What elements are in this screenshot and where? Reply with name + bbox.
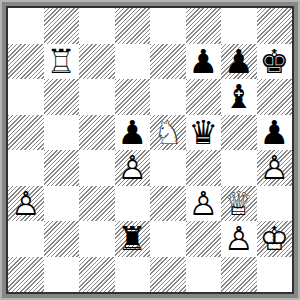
square-d7[interactable] — [115, 44, 151, 80]
piece-white-pawn: ♟♙ — [188, 187, 218, 220]
square-c7[interactable] — [79, 44, 115, 80]
square-b6[interactable] — [44, 79, 80, 115]
piece-white-pawn: ♟♙ — [11, 187, 41, 220]
square-g7[interactable]: ♟ — [221, 44, 257, 80]
square-h8[interactable] — [257, 8, 293, 44]
square-b5[interactable] — [44, 115, 80, 151]
piece-white-pawn: ♟♙ — [224, 222, 254, 255]
square-f4[interactable] — [186, 150, 222, 186]
square-e7[interactable] — [150, 44, 186, 80]
chess-board: ♜♖♟♟♚♝♟♞♘♛♟♟♙♟♙♟♙♟♙♛♕♜♟♙♚♔ — [6, 6, 294, 294]
piece-black-pawn: ♟ — [259, 116, 289, 149]
square-f8[interactable] — [186, 8, 222, 44]
square-f6[interactable] — [186, 79, 222, 115]
square-d8[interactable] — [115, 8, 151, 44]
square-b2[interactable] — [44, 221, 80, 257]
square-h3[interactable] — [257, 186, 293, 222]
square-e6[interactable] — [150, 79, 186, 115]
square-a4[interactable] — [8, 150, 44, 186]
square-h7[interactable]: ♚ — [257, 44, 293, 80]
square-h1[interactable] — [257, 257, 293, 293]
piece-black-queen: ♛ — [188, 116, 218, 149]
square-g6[interactable]: ♝ — [221, 79, 257, 115]
square-a3[interactable]: ♟♙ — [8, 186, 44, 222]
square-a6[interactable] — [8, 79, 44, 115]
square-e5[interactable]: ♞♘ — [150, 115, 186, 151]
square-d1[interactable] — [115, 257, 151, 293]
square-f3[interactable]: ♟♙ — [186, 186, 222, 222]
square-f7[interactable]: ♟ — [186, 44, 222, 80]
square-d3[interactable] — [115, 186, 151, 222]
square-g1[interactable] — [221, 257, 257, 293]
square-a2[interactable] — [8, 221, 44, 257]
square-c5[interactable] — [79, 115, 115, 151]
square-e3[interactable] — [150, 186, 186, 222]
square-f1[interactable] — [186, 257, 222, 293]
square-e4[interactable] — [150, 150, 186, 186]
square-c6[interactable] — [79, 79, 115, 115]
square-c2[interactable] — [79, 221, 115, 257]
piece-black-king: ♚ — [259, 45, 289, 78]
square-e2[interactable] — [150, 221, 186, 257]
piece-white-queen: ♛♕ — [224, 187, 254, 220]
square-g2[interactable]: ♟♙ — [221, 221, 257, 257]
square-a5[interactable] — [8, 115, 44, 151]
square-c8[interactable] — [79, 8, 115, 44]
square-e1[interactable] — [150, 257, 186, 293]
square-b1[interactable] — [44, 257, 80, 293]
square-h2[interactable]: ♚♔ — [257, 221, 293, 257]
square-h5[interactable]: ♟ — [257, 115, 293, 151]
square-b8[interactable] — [44, 8, 80, 44]
square-d6[interactable] — [115, 79, 151, 115]
piece-white-rook: ♜♖ — [46, 45, 76, 78]
piece-black-pawn: ♟ — [224, 45, 254, 78]
square-a8[interactable] — [8, 8, 44, 44]
piece-black-bishop: ♝ — [224, 80, 254, 113]
square-f2[interactable] — [186, 221, 222, 257]
square-d2[interactable]: ♜ — [115, 221, 151, 257]
square-c4[interactable] — [79, 150, 115, 186]
square-d5[interactable]: ♟ — [115, 115, 151, 151]
square-c3[interactable] — [79, 186, 115, 222]
square-g5[interactable] — [221, 115, 257, 151]
square-f5[interactable]: ♛ — [186, 115, 222, 151]
square-g4[interactable] — [221, 150, 257, 186]
square-h6[interactable] — [257, 79, 293, 115]
piece-black-rook: ♜ — [117, 222, 147, 255]
square-a1[interactable] — [8, 257, 44, 293]
piece-white-pawn: ♟♙ — [259, 151, 289, 184]
square-c1[interactable] — [79, 257, 115, 293]
square-g3[interactable]: ♛♕ — [221, 186, 257, 222]
square-e8[interactable] — [150, 8, 186, 44]
piece-white-king: ♚♔ — [259, 222, 289, 255]
piece-white-knight: ♞♘ — [153, 116, 183, 149]
square-a7[interactable] — [8, 44, 44, 80]
piece-white-pawn: ♟♙ — [117, 151, 147, 184]
board-frame: ♜♖♟♟♚♝♟♞♘♛♟♟♙♟♙♟♙♟♙♛♕♜♟♙♚♔ — [0, 0, 300, 300]
square-d4[interactable]: ♟♙ — [115, 150, 151, 186]
square-g8[interactable] — [221, 8, 257, 44]
square-b7[interactable]: ♜♖ — [44, 44, 80, 80]
square-h4[interactable]: ♟♙ — [257, 150, 293, 186]
piece-black-pawn: ♟ — [188, 45, 218, 78]
square-b3[interactable] — [44, 186, 80, 222]
square-b4[interactable] — [44, 150, 80, 186]
piece-black-pawn: ♟ — [117, 116, 147, 149]
